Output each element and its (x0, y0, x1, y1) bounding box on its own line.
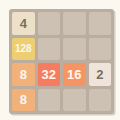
tile-8-r4c1: 8 (12, 89, 35, 112)
tile-8-r3c1: 8 (12, 63, 35, 86)
empty-cell-r2c4 (89, 38, 112, 61)
tile-4-r1c1: 4 (12, 12, 35, 35)
game-board-2048: 41288321628 (9, 9, 114, 114)
empty-cell-r4c2 (38, 89, 61, 112)
tile-32-r3c2: 32 (38, 63, 61, 86)
empty-cell-r2c3 (63, 38, 86, 61)
tile-2-r3c4: 2 (89, 63, 112, 86)
tile-16-r3c3: 16 (63, 63, 86, 86)
page-background: 41288321628 (0, 0, 120, 120)
empty-cell-r4c4 (89, 89, 112, 112)
tile-128-r2c1: 128 (12, 38, 35, 61)
empty-cell-r2c2 (38, 38, 61, 61)
empty-cell-r1c2 (38, 12, 61, 35)
empty-cell-r1c3 (63, 12, 86, 35)
empty-cell-r4c3 (63, 89, 86, 112)
empty-cell-r1c4 (89, 12, 112, 35)
